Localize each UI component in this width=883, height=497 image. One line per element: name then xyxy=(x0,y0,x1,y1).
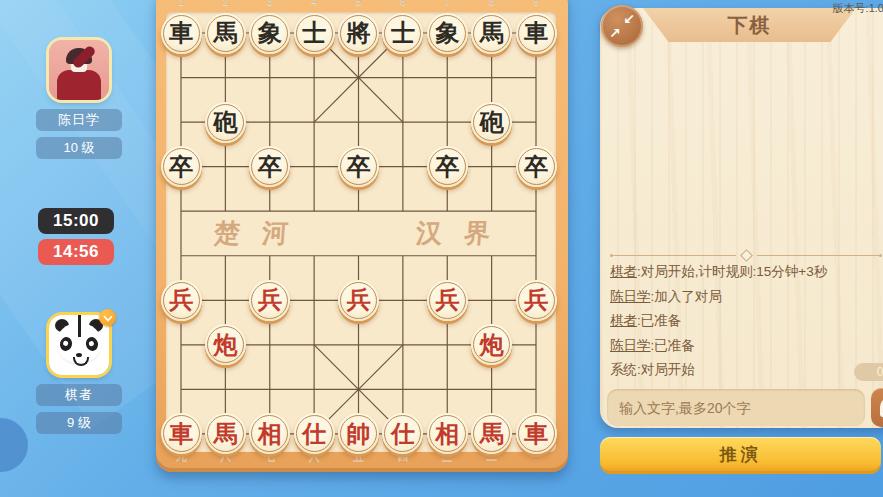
piece-glyph: 車 xyxy=(516,413,557,454)
opponent-player-card: 陈日学 10 级 xyxy=(14,40,144,159)
file-number: 8 xyxy=(483,0,501,7)
piece-glyph: 車 xyxy=(516,13,557,54)
chat-message: 陈日学:已准备 xyxy=(610,334,883,359)
panel-title: 下棋 xyxy=(728,12,772,39)
piece-black-象[interactable]: 象 xyxy=(249,13,290,54)
collapse-panel-button[interactable]: ↙ ↗ xyxy=(601,5,643,47)
piece-glyph: 象 xyxy=(249,13,290,54)
verified-badge-icon xyxy=(99,309,116,326)
piece-red-車[interactable]: 車 xyxy=(161,413,202,454)
piece-glyph: 象 xyxy=(427,13,468,54)
piece-black-將[interactable]: 將 xyxy=(338,13,379,54)
piece-red-兵[interactable]: 兵 xyxy=(249,280,290,321)
piece-black-卒[interactable]: 卒 xyxy=(338,146,379,187)
piece-black-卒[interactable]: 卒 xyxy=(161,146,202,187)
piece-red-炮[interactable]: 炮 xyxy=(205,324,246,365)
xiangqi-game-screen: { "game": "xiangqi", "position": { "fen"… xyxy=(0,0,883,497)
chat-sender[interactable]: 棋者 xyxy=(610,264,637,279)
piece-glyph: 砲 xyxy=(205,102,246,143)
chat-panel: 下棋 棋者:对局开始,计时规则:15分钟+3秒陈日学:加入了对局棋者:已准备陈日… xyxy=(600,8,883,428)
piece-glyph: 士 xyxy=(382,13,423,54)
piece-glyph: 兵 xyxy=(249,280,290,321)
piece-red-仕[interactable]: 仕 xyxy=(382,413,423,454)
piece-glyph: 相 xyxy=(249,413,290,454)
chat-message: 棋者:对局开始,计时规则:15分钟+3秒 xyxy=(610,260,883,285)
file-number: 6 xyxy=(394,0,412,7)
version-label: 版本号:1.0. xyxy=(833,1,883,16)
piece-red-相[interactable]: 相 xyxy=(249,413,290,454)
piece-red-帥[interactable]: 帥 xyxy=(338,413,379,454)
piece-red-馬[interactable]: 馬 xyxy=(205,413,246,454)
file-number: 5 xyxy=(350,0,368,7)
self-avatar-art xyxy=(49,315,109,375)
piece-black-砲[interactable]: 砲 xyxy=(205,102,246,143)
chat-sender[interactable]: 陈日学 xyxy=(610,289,651,304)
self-avatar[interactable] xyxy=(49,315,109,375)
piece-glyph: 卒 xyxy=(516,146,557,187)
piece-red-仕[interactable]: 仕 xyxy=(294,413,335,454)
opponent-avatar[interactable] xyxy=(49,40,109,100)
chat-message: 棋者:已准备 xyxy=(610,309,883,334)
piece-glyph: 馬 xyxy=(471,13,512,54)
piece-glyph: 士 xyxy=(294,13,335,54)
piece-red-兵[interactable]: 兵 xyxy=(427,280,468,321)
xiangqi-board: 123456789 九八七六五四三二一 楚河 汉界 車馬象士將士象馬車砲砲卒卒卒… xyxy=(156,0,568,472)
piece-black-士[interactable]: 士 xyxy=(382,13,423,54)
chat-message-list: 棋者:对局开始,计时规则:15分钟+3秒陈日学:加入了对局棋者:已准备陈日学:已… xyxy=(610,260,883,383)
piece-glyph: 車 xyxy=(161,13,202,54)
piece-black-馬[interactable]: 馬 xyxy=(471,13,512,54)
piece-glyph: 馬 xyxy=(205,413,246,454)
piece-glyph: 卒 xyxy=(427,146,468,187)
chat-message: 陈日学:加入了对局 xyxy=(610,285,883,310)
chat-text: :已准备 xyxy=(637,313,681,328)
piece-black-砲[interactable]: 砲 xyxy=(471,102,512,143)
chat-text: :加入了对局 xyxy=(651,289,722,304)
panel-title-tab: 下棋 xyxy=(643,8,856,42)
collapse-icon: ↗ xyxy=(609,26,621,40)
piece-black-象[interactable]: 象 xyxy=(427,13,468,54)
piece-black-卒[interactable]: 卒 xyxy=(516,146,557,187)
piece-glyph: 兵 xyxy=(516,280,557,321)
piece-black-卒[interactable]: 卒 xyxy=(249,146,290,187)
deduce-button-label: 推演 xyxy=(720,443,762,466)
opponent-avatar-art xyxy=(49,40,109,100)
piece-glyph: 將 xyxy=(338,13,379,54)
piece-glyph: 卒 xyxy=(161,146,202,187)
file-number: 1 xyxy=(172,0,190,7)
piece-glyph: 兵 xyxy=(161,280,202,321)
piece-glyph: 卒 xyxy=(338,146,379,187)
chat-message: 系统:对局开始 xyxy=(610,358,883,383)
piece-glyph: 兵 xyxy=(338,280,379,321)
piece-glyph: 帥 xyxy=(338,413,379,454)
piece-red-兵[interactable]: 兵 xyxy=(161,280,202,321)
piece-black-車[interactable]: 車 xyxy=(161,13,202,54)
piece-glyph: 馬 xyxy=(471,413,512,454)
deduce-button[interactable]: 推演 xyxy=(600,437,881,471)
game-clock: 15:00 14:56 xyxy=(38,208,114,265)
piece-glyph: 炮 xyxy=(471,324,512,365)
self-name: 棋者 xyxy=(36,384,122,406)
piece-red-兵[interactable]: 兵 xyxy=(516,280,557,321)
piece-glyph: 砲 xyxy=(471,102,512,143)
piece-red-炮[interactable]: 炮 xyxy=(471,324,512,365)
file-number: 7 xyxy=(438,0,456,7)
chat-divider xyxy=(610,251,882,260)
self-level: 9 级 xyxy=(36,412,122,434)
piece-red-兵[interactable]: 兵 xyxy=(338,280,379,321)
chat-input[interactable] xyxy=(607,389,865,426)
opponent-level: 10 级 xyxy=(36,137,122,159)
opponent-name: 陈日学 xyxy=(36,109,122,131)
chat-text: :对局开始 xyxy=(637,362,695,377)
file-number: 9 xyxy=(527,0,545,7)
piece-black-馬[interactable]: 馬 xyxy=(205,13,246,54)
file-number: 2 xyxy=(216,0,234,7)
board-surface[interactable]: 楚河 汉界 車馬象士將士象馬車砲砲卒卒卒卒卒兵兵兵兵兵炮炮車馬相仕帥仕相馬車 xyxy=(166,12,556,452)
chat-sender[interactable]: 陈日学 xyxy=(610,338,651,353)
file-numbers-top: 123456789 xyxy=(166,0,556,9)
piece-glyph: 馬 xyxy=(205,13,246,54)
file-number: 4 xyxy=(305,0,323,7)
chat-sender: 系统 xyxy=(610,362,637,377)
piece-red-相[interactable]: 相 xyxy=(427,413,468,454)
piece-red-馬[interactable]: 馬 xyxy=(471,413,512,454)
clock-sub-time: 14:56 xyxy=(38,239,114,265)
send-button[interactable] xyxy=(871,388,883,427)
clock-main-time: 15:00 xyxy=(38,208,114,234)
piece-black-士[interactable]: 士 xyxy=(294,13,335,54)
chat-text: :对局开始,计时规则:15分钟+3秒 xyxy=(637,264,827,279)
piece-glyph: 仕 xyxy=(294,413,335,454)
file-number: 3 xyxy=(261,0,279,7)
char-count-badge: 0 xyxy=(854,363,883,381)
chat-sender[interactable]: 棋者 xyxy=(610,313,637,328)
piece-glyph: 相 xyxy=(427,413,468,454)
piece-black-車[interactable]: 車 xyxy=(516,13,557,54)
collapse-icon: ↙ xyxy=(623,12,635,26)
self-player-card: 棋者 9 级 xyxy=(14,315,144,434)
piece-glyph: 車 xyxy=(161,413,202,454)
piece-black-卒[interactable]: 卒 xyxy=(427,146,468,187)
pieces-layer: 車馬象士將士象馬車砲砲卒卒卒卒卒兵兵兵兵兵炮炮車馬相仕帥仕相馬車 xyxy=(166,12,556,452)
piece-glyph: 兵 xyxy=(427,280,468,321)
piece-glyph: 炮 xyxy=(205,324,246,365)
piece-glyph: 仕 xyxy=(382,413,423,454)
chat-text: :已准备 xyxy=(651,338,695,353)
piece-glyph: 卒 xyxy=(249,146,290,187)
piece-red-車[interactable]: 車 xyxy=(516,413,557,454)
